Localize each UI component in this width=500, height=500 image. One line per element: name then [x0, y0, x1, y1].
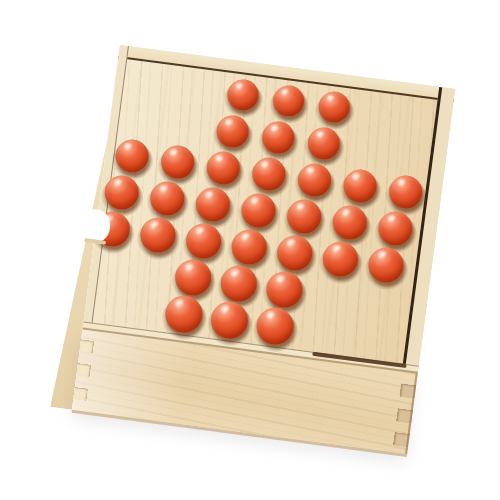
product-photo	[0, 0, 500, 500]
finger-joint	[73, 387, 87, 401]
box-top-surface	[83, 45, 456, 374]
finger-joint	[77, 363, 91, 377]
finger-joint	[80, 339, 94, 353]
game-board	[83, 45, 456, 374]
solitaire-box	[72, 45, 455, 454]
